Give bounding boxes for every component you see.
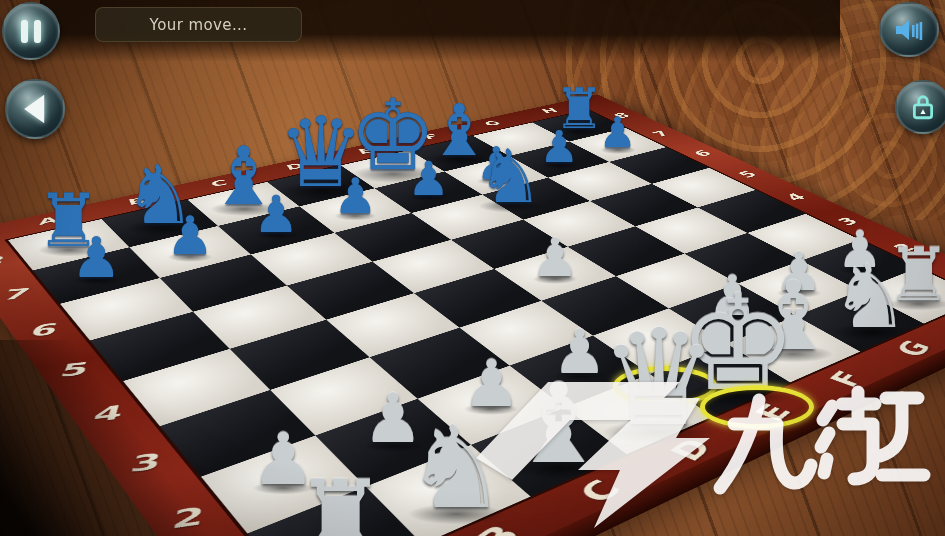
pause-icon bbox=[21, 20, 41, 43]
piece-black-p-d7[interactable]: ♟ bbox=[333, 172, 377, 221]
rank-label-right-6: 6 bbox=[689, 148, 715, 158]
rank-label-left-8: 8 bbox=[0, 253, 8, 270]
rank-label-left-4: 4 bbox=[90, 400, 126, 426]
back-arrow-icon bbox=[15, 89, 55, 129]
back-button[interactable] bbox=[5, 79, 65, 139]
piece-black-p-h7[interactable]: ♟ bbox=[599, 113, 637, 155]
rank-label-right-4: 4 bbox=[781, 191, 810, 203]
piece-black-p-b7[interactable]: ♟ bbox=[166, 209, 214, 262]
rank-label-left-7: 7 bbox=[0, 285, 34, 304]
piece-white-n-g1[interactable]: ♞ bbox=[831, 253, 910, 341]
rank-label-left-3: 3 bbox=[127, 448, 164, 478]
game-screen: 8877665544332211AABBCCDDEEFFGGHH ♜♞♝♛♚♝♜… bbox=[0, 0, 945, 536]
piece-white-p-e4[interactable]: ♟ bbox=[531, 231, 579, 284]
lock-button[interactable] bbox=[895, 80, 945, 134]
piece-black-p-c7[interactable]: ♟ bbox=[253, 190, 299, 241]
status-bubble: Your move... bbox=[95, 7, 302, 42]
rank-label-left-2: 2 bbox=[169, 501, 206, 535]
sound-button[interactable] bbox=[879, 2, 939, 57]
rank-label-right-7: 7 bbox=[648, 129, 673, 138]
piece-white-q-d1[interactable]: ♛ bbox=[599, 312, 718, 445]
padlock-icon bbox=[910, 93, 936, 121]
rank-label-left-6: 6 bbox=[27, 319, 61, 340]
piece-white-r-a1[interactable]: ♜ bbox=[294, 466, 388, 536]
rank-label-right-5: 5 bbox=[734, 169, 762, 180]
piece-white-n-b1[interactable]: ♞ bbox=[405, 411, 507, 525]
piece-black-n-f6[interactable]: ♞ bbox=[477, 139, 543, 213]
piece-white-b-c1[interactable]: ♝ bbox=[509, 368, 609, 479]
piece-black-p-g7[interactable]: ♟ bbox=[539, 125, 578, 169]
status-text: Your move... bbox=[150, 16, 248, 34]
pause-button[interactable] bbox=[2, 2, 60, 60]
rank-label-left-5: 5 bbox=[57, 358, 92, 382]
piece-black-p-e7[interactable]: ♟ bbox=[407, 155, 449, 202]
speaker-volume-icon bbox=[894, 18, 924, 42]
piece-black-p-a7[interactable]: ♟ bbox=[71, 230, 121, 286]
